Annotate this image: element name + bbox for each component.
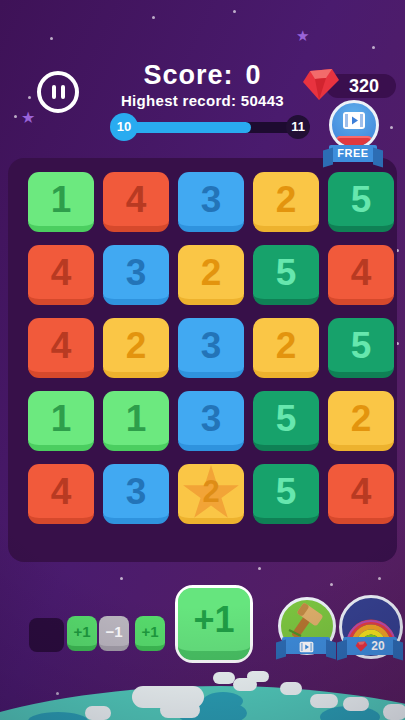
tile-number: 5: [276, 254, 297, 291]
star-dot: [152, 16, 155, 19]
tile-r5c1[interactable]: 4: [28, 464, 94, 524]
tile-r1c3[interactable]: 3: [178, 172, 244, 232]
star-dot: [378, 577, 381, 580]
tile-r3c5[interactable]: 5: [328, 318, 394, 378]
tile-r3c3[interactable]: 3: [178, 318, 244, 378]
hammer-ribbon: [282, 637, 330, 654]
star-dot: [120, 577, 123, 580]
cloud: [85, 706, 111, 720]
tile-r4c4[interactable]: 5: [253, 391, 319, 451]
tile-number: 2: [276, 181, 297, 218]
progress-track: [123, 122, 298, 133]
tile-r4c2[interactable]: 1: [103, 391, 169, 451]
queue-tile-2: −1: [99, 616, 129, 651]
tile-number: 4: [51, 254, 72, 291]
star-dot: [330, 583, 333, 586]
tile-number: 5: [351, 327, 372, 364]
tile-r5c2[interactable]: 3: [103, 464, 169, 524]
star-dot: [50, 37, 53, 40]
star-dot: [390, 126, 393, 129]
level-progress: 10 11: [110, 113, 310, 141]
tile-number: 3: [201, 327, 222, 364]
purple-star-decor: ★: [21, 110, 35, 126]
video-icon: [342, 111, 366, 130]
video-icon: [299, 641, 314, 653]
tile-r2c2[interactable]: 3: [103, 245, 169, 305]
gem-pile-icon: [336, 136, 372, 145]
gem-icon: [355, 641, 368, 652]
cloud: [280, 682, 302, 695]
current-level-badge: 10: [110, 113, 138, 141]
cloud: [160, 702, 200, 718]
tile-r3c2[interactable]: 2: [103, 318, 169, 378]
tile-r4c5[interactable]: 2: [328, 391, 394, 451]
tile-number: 3: [126, 254, 147, 291]
tile-r3c4[interactable]: 2: [253, 318, 319, 378]
tile-number: 2: [201, 254, 222, 291]
tile-r4c1[interactable]: 1: [28, 391, 94, 451]
purple-star-decor: ★: [296, 28, 309, 43]
tile-number: 5: [276, 400, 297, 437]
plus-one-button[interactable]: +1: [175, 585, 253, 663]
tile-r5c5[interactable]: 4: [328, 464, 394, 524]
tile-r2c3[interactable]: 2: [178, 245, 244, 305]
tile-r2c5[interactable]: 4: [328, 245, 394, 305]
tile-r1c1[interactable]: 1: [28, 172, 94, 232]
tile-number: 4: [351, 254, 372, 291]
tile-number: 3: [201, 181, 222, 218]
tile-r1c5[interactable]: 5: [328, 172, 394, 232]
cloud: [343, 697, 369, 711]
tile-number: 1: [51, 400, 72, 437]
queue-tile-1: +1: [67, 616, 97, 651]
score-label: Score:: [143, 60, 233, 90]
game-screen: ★★ Score:0 Highest record: 50443 320 10 …: [0, 0, 405, 720]
tile-r1c4[interactable]: 2: [253, 172, 319, 232]
tile-number: 4: [351, 473, 372, 510]
next-level-badge: 11: [286, 115, 310, 139]
queue-tile-3: +1: [135, 616, 165, 651]
free-ribbon: FREE: [329, 145, 377, 162]
star-dot: [372, 46, 375, 49]
board: 1432543254423251135243254: [28, 172, 394, 524]
free-badge-circle: [329, 100, 379, 150]
tile-r3c1[interactable]: 4: [28, 318, 94, 378]
tile-number: 2: [126, 327, 147, 364]
star-dot: [14, 115, 17, 118]
cloud: [383, 704, 405, 720]
tile-number: 2: [202, 476, 219, 507]
tile-number: 4: [51, 327, 72, 364]
record-label: Highest record:: [121, 92, 236, 109]
score-value: 0: [246, 60, 262, 90]
gem-count: 320: [349, 76, 379, 96]
gem-icon: [301, 68, 341, 101]
free-reward-badge[interactable]: FREE: [328, 100, 380, 170]
tile-number: 2: [351, 400, 372, 437]
progress-fill: [123, 122, 251, 133]
tile-number: 1: [51, 181, 72, 218]
cloud: [213, 672, 235, 684]
tile-number: 1: [126, 400, 147, 437]
tile-number: 4: [51, 473, 72, 510]
record-value: 50443: [241, 92, 284, 109]
cloud: [247, 671, 269, 682]
tile-r5c3[interactable]: 2: [178, 464, 244, 524]
tile-number: 4: [126, 181, 147, 218]
queue-empty-slot: [29, 618, 64, 652]
star-dot: [233, 10, 236, 13]
free-label: FREE: [337, 147, 368, 159]
tile-r2c1[interactable]: 4: [28, 245, 94, 305]
star-dot: [56, 692, 59, 695]
tile-r1c2[interactable]: 4: [103, 172, 169, 232]
tile-number: 3: [201, 400, 222, 437]
cloud: [310, 694, 338, 708]
tile-r5c4[interactable]: 5: [253, 464, 319, 524]
plus-one-label: +1: [178, 588, 250, 660]
tile-number: 3: [126, 473, 147, 510]
tile-number: 5: [351, 181, 372, 218]
tile-number: 2: [276, 327, 297, 364]
tile-r4c3[interactable]: 3: [178, 391, 244, 451]
tile-number: 5: [276, 473, 297, 510]
tile-r2c4[interactable]: 5: [253, 245, 319, 305]
rainbow-ribbon: 20: [343, 637, 397, 655]
rainbow-cost: 20: [371, 639, 384, 653]
star-dot: [258, 567, 261, 570]
planet-sea-patch: [203, 692, 243, 710]
